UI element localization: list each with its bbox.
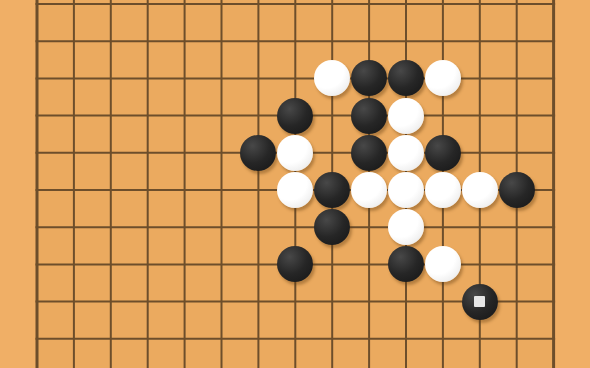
- black-stone: [351, 135, 387, 171]
- black-stone: [388, 60, 424, 96]
- black-stone: [314, 172, 350, 208]
- black-stone: [351, 60, 387, 96]
- white-stone: [314, 60, 350, 96]
- white-stone: [351, 172, 387, 208]
- black-stone: [240, 135, 276, 171]
- white-stone: [277, 172, 313, 208]
- black-stone: [351, 98, 387, 134]
- white-stone: [388, 209, 424, 245]
- black-stone: [425, 135, 461, 171]
- black-stone: [388, 246, 424, 282]
- white-stone: [388, 172, 424, 208]
- white-stone: [425, 246, 461, 282]
- last-move-marker: [474, 296, 485, 307]
- black-stone: [277, 246, 313, 282]
- black-stone: [277, 98, 313, 134]
- black-stone: [462, 284, 498, 320]
- black-stone: [499, 172, 535, 208]
- white-stone: [388, 135, 424, 171]
- white-stone: [388, 98, 424, 134]
- white-stone: [425, 172, 461, 208]
- white-stone: [462, 172, 498, 208]
- stones-layer: [19, 0, 572, 357]
- white-stone: [425, 60, 461, 96]
- black-stone: [314, 209, 350, 245]
- gomoku-board[interactable]: [0, 0, 590, 368]
- white-stone: [277, 135, 313, 171]
